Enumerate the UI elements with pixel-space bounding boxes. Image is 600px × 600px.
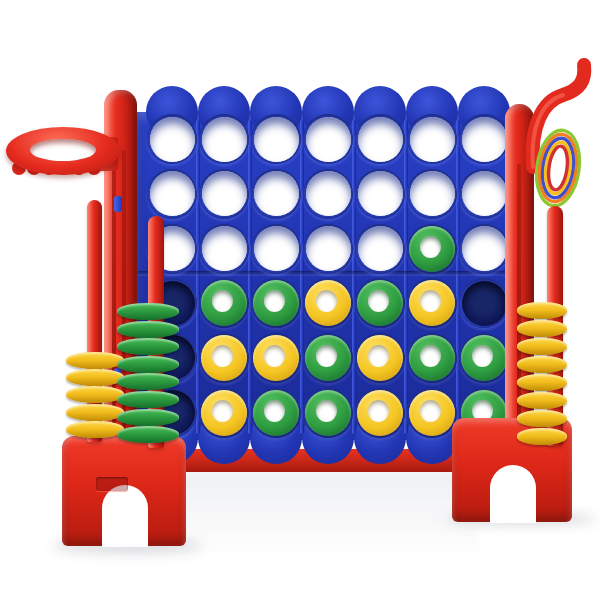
disc-yellow xyxy=(201,335,247,381)
empty-hole xyxy=(306,117,351,162)
yellow-ring-stack-right-ring xyxy=(517,410,567,427)
cell-r4c4 xyxy=(302,276,354,331)
cell-r1c5 xyxy=(354,112,406,167)
cell-r3c5 xyxy=(354,221,406,276)
empty-hole xyxy=(202,226,247,271)
green-ring-stack-ring xyxy=(117,303,179,320)
cell-r2c5 xyxy=(354,167,406,222)
yellow-ring-stack-right-ring xyxy=(517,356,567,373)
cell-r4c2 xyxy=(198,276,250,331)
yellow-ring-stack-left-ring xyxy=(66,369,124,386)
disc-green xyxy=(253,280,299,326)
disc-center-hole xyxy=(212,400,233,422)
cell-r3c2 xyxy=(198,221,250,276)
disc-center-hole xyxy=(368,290,389,312)
cell-r6c3 xyxy=(250,385,302,440)
yellow-ring-stack-right-ring xyxy=(517,428,567,445)
cell-r2c2 xyxy=(198,167,250,222)
yellow-ring-stack-right-ring xyxy=(517,338,567,355)
disc-yellow xyxy=(305,280,351,326)
disc-green xyxy=(409,335,455,381)
empty-hole xyxy=(462,117,507,162)
green-ring-stack-ring xyxy=(117,338,179,355)
cell-r2c7 xyxy=(458,167,510,222)
green-ring-stack-ring xyxy=(117,391,179,408)
disc-center-hole xyxy=(472,345,493,367)
disc-green xyxy=(461,335,507,381)
cell-r3c7 xyxy=(458,221,510,276)
cell-r6c2 xyxy=(198,385,250,440)
disc-yellow xyxy=(253,335,299,381)
brand-emboss xyxy=(96,477,128,491)
cell-r2c6 xyxy=(406,167,458,222)
cell-r1c2 xyxy=(198,112,250,167)
cell-r1c7 xyxy=(458,112,510,167)
yellow-ring-stack-left-ring xyxy=(66,352,124,369)
yellow-ring-stack-right-ring xyxy=(517,302,567,319)
disc-green xyxy=(357,280,403,326)
disc-center-hole xyxy=(212,290,233,312)
cell-r4c6 xyxy=(406,276,458,331)
empty-hole xyxy=(254,171,299,216)
cell-r5c4 xyxy=(302,331,354,386)
green-ring-stack-ring xyxy=(117,409,179,426)
empty-hole xyxy=(462,171,507,216)
disc-center-hole xyxy=(420,400,441,422)
product-photo-giant-connect-four: { "game": "connect-four", "variant": "gi… xyxy=(0,0,600,600)
hoop-rim xyxy=(6,127,120,175)
empty-hole xyxy=(462,226,507,271)
empty-hole xyxy=(358,117,403,162)
cell-r5c6 xyxy=(406,331,458,386)
disc-yellow xyxy=(357,335,403,381)
cell-r5c2 xyxy=(198,331,250,386)
empty-hole xyxy=(306,171,351,216)
empty-hole xyxy=(254,226,299,271)
cell-r6c6 xyxy=(406,385,458,440)
empty-hole xyxy=(150,171,195,216)
disc-center-hole xyxy=(264,290,285,312)
green-ring-stack-ring xyxy=(117,426,179,443)
cell-r5c3 xyxy=(250,331,302,386)
empty-hole xyxy=(254,117,299,162)
disc-center-hole xyxy=(368,400,389,422)
empty-hole xyxy=(358,226,403,271)
disc-center-hole xyxy=(212,345,233,367)
disc-green xyxy=(305,335,351,381)
yellow-ring-stack-right-ring xyxy=(517,374,567,391)
cell-r3c3 xyxy=(250,221,302,276)
empty-hole xyxy=(462,281,507,326)
green-ring-stack-ring xyxy=(117,321,179,338)
cell-r6c5 xyxy=(354,385,406,440)
cell-r4c5 xyxy=(354,276,406,331)
disc-center-hole xyxy=(420,290,441,312)
hanging-rings xyxy=(528,122,590,214)
cell-r1c3 xyxy=(250,112,302,167)
disc-center-hole xyxy=(264,345,285,367)
yellow-ring-stack-right-ring xyxy=(517,392,567,409)
cell-r2c1 xyxy=(146,167,198,222)
disc-yellow xyxy=(409,280,455,326)
disc-center-hole xyxy=(316,345,337,367)
empty-hole xyxy=(150,117,195,162)
disc-center-hole xyxy=(264,400,285,422)
disc-yellow xyxy=(201,390,247,436)
disc-green xyxy=(201,280,247,326)
cell-r1c6 xyxy=(406,112,458,167)
cell-r1c4 xyxy=(302,112,354,167)
empty-hole xyxy=(410,117,455,162)
yellow-ring-stack-right-ring xyxy=(517,320,567,337)
disc-green xyxy=(305,390,351,436)
cell-r3c6 xyxy=(406,221,458,276)
disc-center-hole xyxy=(420,236,441,258)
cell-r1c1 xyxy=(146,112,198,167)
cell-r6c4 xyxy=(302,385,354,440)
yellow-ring-stack-left-ring xyxy=(66,404,124,421)
cell-r3c4 xyxy=(302,221,354,276)
cell-r5c7 xyxy=(458,331,510,386)
disc-center-hole xyxy=(420,345,441,367)
hoop-opening xyxy=(30,139,96,161)
disc-center-hole xyxy=(316,290,337,312)
empty-hole xyxy=(410,171,455,216)
empty-hole xyxy=(202,171,247,216)
disc-yellow xyxy=(409,390,455,436)
left-a-frame-leg xyxy=(62,436,186,546)
empty-hole xyxy=(306,226,351,271)
disc-yellow xyxy=(357,390,403,436)
cell-r2c3 xyxy=(250,167,302,222)
green-ring-stack-ring xyxy=(117,356,179,373)
yellow-ring-stack-left-ring xyxy=(66,421,124,438)
cell-r5c5 xyxy=(354,331,406,386)
connect-four-grid xyxy=(146,112,510,440)
post-peg xyxy=(114,196,122,212)
empty-hole xyxy=(358,171,403,216)
disc-center-hole xyxy=(368,345,389,367)
disc-center-hole xyxy=(316,400,337,422)
cell-r4c7 xyxy=(458,276,510,331)
disc-green xyxy=(409,226,455,272)
empty-hole xyxy=(202,117,247,162)
disc-green xyxy=(253,390,299,436)
cell-r2c4 xyxy=(302,167,354,222)
cell-r4c3 xyxy=(250,276,302,331)
